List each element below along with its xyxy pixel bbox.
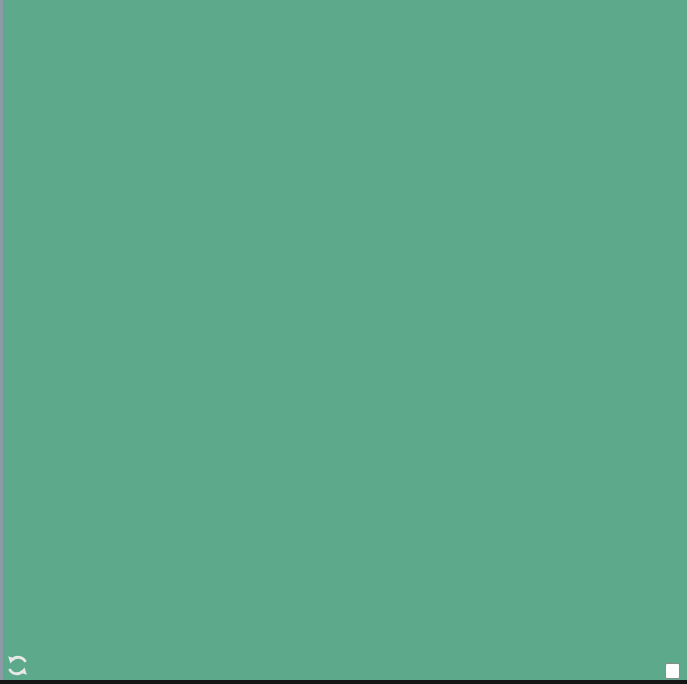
window-edge-strip: [0, 0, 3, 684]
flip-board-icon: [4, 652, 31, 679]
bottom-edge-strip: [0, 680, 687, 684]
stop-square-icon[interactable]: [665, 663, 680, 679]
chess-board-app: [0, 0, 687, 684]
chess-board: [34, 30, 658, 654]
flip-board-button[interactable]: [4, 652, 31, 679]
